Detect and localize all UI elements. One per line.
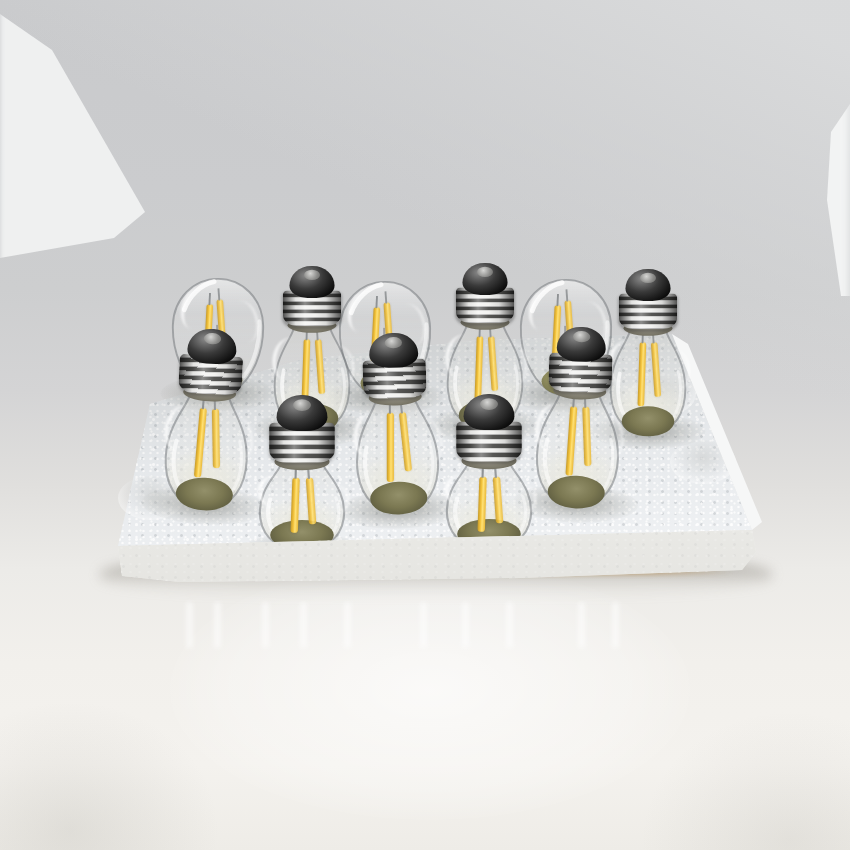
cap-insulator-tip xyxy=(277,395,328,431)
e27-screw-cap xyxy=(548,326,613,393)
e27-screw-cap xyxy=(283,266,341,326)
product-photo-stage xyxy=(0,0,850,850)
cap-insulator-tip xyxy=(369,332,419,368)
e27-screw-cap xyxy=(456,263,514,323)
cap-insulator-tip xyxy=(556,326,606,362)
cap-insulator-tip xyxy=(462,263,507,295)
e27-screw-cap xyxy=(456,394,522,462)
filament-rod xyxy=(387,413,394,482)
e27-screw-cap xyxy=(178,327,245,396)
e27-screw-cap xyxy=(269,395,335,463)
cap-insulator-tip xyxy=(187,328,238,365)
e27-screw-cap xyxy=(619,269,677,329)
cap-insulator-tip xyxy=(289,266,334,298)
cap-insulator-tip xyxy=(464,394,515,430)
e27-screw-cap xyxy=(361,332,426,399)
cap-insulator-tip xyxy=(625,269,670,301)
